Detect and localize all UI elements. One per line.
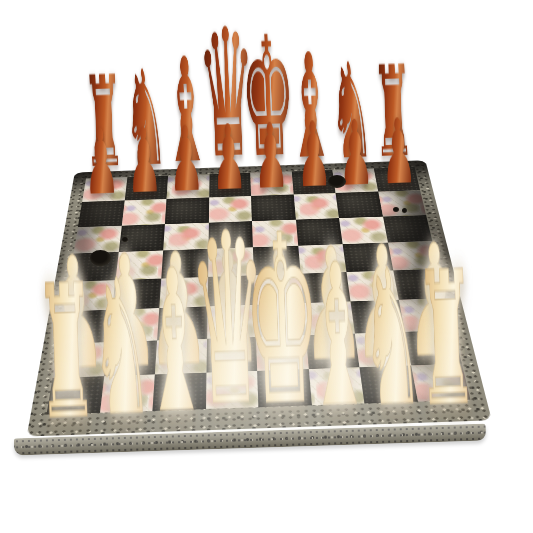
square-d8: ♛ [209,173,251,198]
piece-black-bishop: ♝ [160,38,212,184]
square-c2: ♟ [155,338,207,374]
chess-set-photo: ♜♞♝♛♚♝♞♜♟♟♟♟♟♟♟♟♟♟♟♟♟♟♟♟♜♞♝♛♚♝♞♜ [0,0,533,533]
chip-dot-right-1 [393,207,399,212]
square-f1: ♝ [308,367,364,405]
square-a4 [64,280,115,312]
square-b5 [115,250,163,280]
square-g1: ♞ [359,365,417,403]
square-h1: ♜ [411,364,471,402]
square-h8: ♜ [374,167,421,192]
square-c7: ♟ [165,198,209,224]
square-h5 [387,241,439,270]
square-d1: ♛ [205,371,258,409]
square-a3 [58,310,111,344]
square-f4 [300,272,350,303]
square-e2: ♟ [256,335,308,371]
square-c6 [163,222,208,250]
square-d3 [207,305,256,339]
piece-black-bishop: ♝ [284,34,336,180]
square-h3 [398,298,453,331]
square-g2: ♟ [355,332,411,368]
square-c4 [159,277,207,308]
square-e6 [252,219,298,247]
square-e8: ♚ [250,171,293,196]
square-c3 [157,307,207,341]
square-g3 [350,300,404,333]
square-e7: ♟ [251,195,295,221]
square-g4 [346,270,398,301]
square-g5 [343,243,393,272]
square-b3 [108,308,160,342]
square-d6 [208,221,253,249]
square-c5 [161,249,208,279]
piece-black-knight: ♞ [328,44,375,178]
square-f6 [295,218,342,246]
piece-black-king: ♚ [239,15,298,182]
square-e1: ♚ [257,369,311,407]
square-e5 [253,246,300,276]
square-b8: ♞ [124,176,168,201]
board-tilt-wrapper: ♜♞♝♛♚♝♞♜♟♟♟♟♟♟♟♟♟♟♟♟♟♟♟♟♜♞♝♛♚♝♞♜ [47,72,461,486]
square-b7: ♟ [121,199,166,225]
square-c1: ♝ [152,372,206,410]
square-c8: ♝ [167,174,210,199]
square-b1: ♞ [100,374,155,412]
square-h4 [393,269,446,300]
piece-black-rook: ♜ [370,50,415,177]
square-f5 [298,244,347,273]
piece-black-queen: ♛ [195,4,258,183]
square-f7: ♟ [293,193,339,219]
square-h2: ♟ [404,330,462,366]
square-a1: ♜ [47,376,104,415]
square-f2: ♟ [305,333,359,369]
square-h6 [383,215,433,243]
square-e4 [254,274,303,305]
square-g6 [339,216,387,244]
piece-black-rook: ♜ [81,60,126,187]
square-d4 [207,275,255,306]
chessboard: ♜♞♝♛♚♝♞♜♟♟♟♟♟♟♟♟♟♟♟♟♟♟♟♟♜♞♝♛♚♝♞♜ [27,160,492,436]
square-a8: ♜ [82,177,127,202]
square-d2: ♟ [206,337,257,373]
piece-black-knight: ♞ [121,51,168,185]
drilled-hole-left [90,250,111,266]
drilled-hole-upper-right [328,175,346,188]
square-g7: ♟ [336,192,383,218]
square-d5 [208,247,254,277]
square-e3 [255,303,306,336]
square-b2: ♟ [104,340,157,376]
square-f3 [303,302,355,335]
chip-dot-left [122,237,128,242]
square-b4 [112,278,162,310]
square-d7: ♟ [208,196,252,222]
square-a7: ♟ [78,201,124,227]
chip-dot-right-2 [402,208,407,213]
square-a2: ♟ [53,342,108,378]
